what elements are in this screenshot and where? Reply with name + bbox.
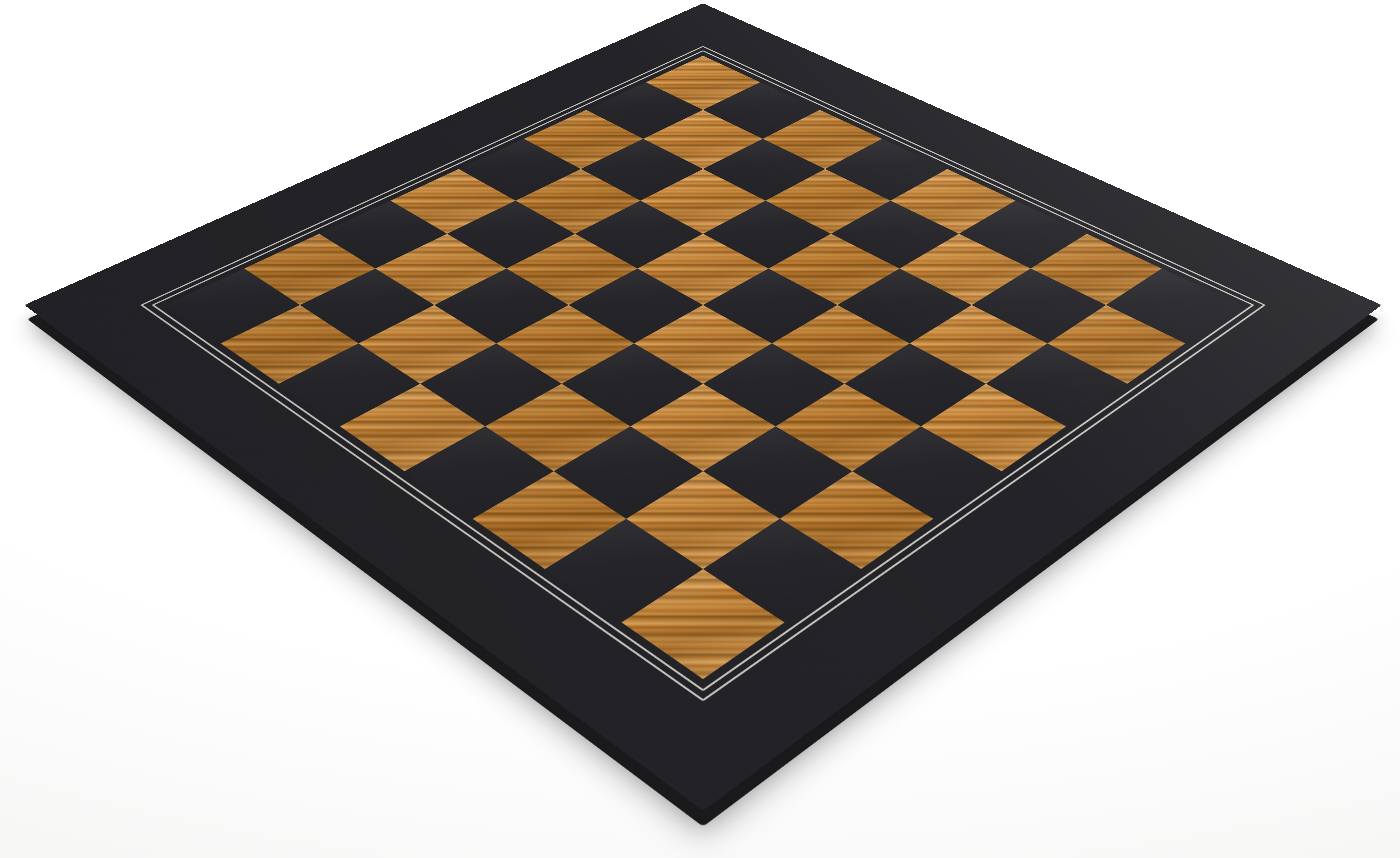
board-grid (166, 56, 1241, 679)
chess-board (24, 3, 1382, 811)
photo-background (0, 0, 1400, 858)
board-scene (0, 0, 1400, 858)
